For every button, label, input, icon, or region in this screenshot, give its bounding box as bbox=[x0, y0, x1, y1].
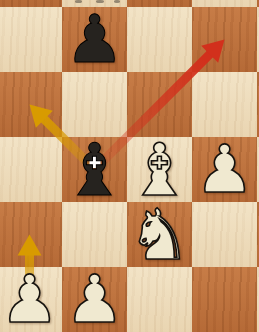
black-pawn-glyph: ♟ bbox=[65, 7, 124, 73]
black-bishop-glyph: ♝ bbox=[62, 134, 127, 206]
white-pawn[interactable]: ♟ bbox=[192, 137, 257, 202]
piece-fragment bbox=[114, 0, 120, 3]
white-pawn-glyph: ♟ bbox=[65, 267, 124, 332]
piece-fragment bbox=[96, 0, 104, 3]
black-bishop[interactable]: ♝ bbox=[62, 137, 127, 202]
white-pawn[interactable]: ♟ bbox=[0, 267, 62, 332]
board-pieces: ♟♝♝♟♞♟♟ bbox=[0, 0, 259, 332]
white-knight-glyph: ♞ bbox=[128, 200, 191, 270]
black-pawn[interactable]: ♟ bbox=[62, 7, 127, 72]
piece-fragment bbox=[75, 0, 82, 3]
chess-board: ♟♝♝♟♞♟♟ bbox=[0, 0, 259, 332]
white-knight[interactable]: ♞ bbox=[127, 202, 192, 267]
white-pawn-glyph: ♟ bbox=[195, 137, 254, 203]
white-bishop[interactable]: ♝ bbox=[127, 137, 192, 202]
white-pawn[interactable]: ♟ bbox=[62, 267, 127, 332]
white-pawn-glyph: ♟ bbox=[0, 267, 59, 332]
